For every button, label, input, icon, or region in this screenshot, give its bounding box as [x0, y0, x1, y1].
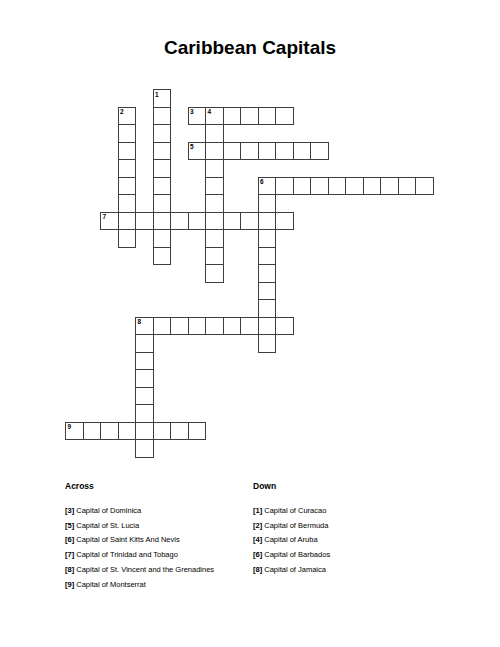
down-clues-section: Down [1] Capital of Curacao[2] Capital o…	[253, 481, 330, 578]
grid-cell[interactable]	[205, 264, 224, 283]
grid-cell[interactable]: 9	[65, 422, 84, 441]
clue-item: [7] Capital of Trinidad and Tobago	[65, 548, 214, 563]
clue-item-number: [7]	[65, 550, 74, 559]
grid-cell[interactable]: 6	[258, 177, 277, 196]
clue-item: [6] Capital of Barbados	[253, 548, 330, 563]
clue-item-number: [1]	[253, 506, 262, 515]
grid-cell[interactable]	[135, 422, 154, 441]
grid-cell[interactable]	[275, 142, 294, 161]
grid-cell[interactable]	[118, 142, 137, 161]
grid-cell[interactable]	[293, 142, 312, 161]
grid-cell[interactable]	[258, 282, 277, 301]
grid-cell[interactable]	[188, 317, 207, 336]
grid-cell[interactable]	[223, 142, 242, 161]
grid-cell[interactable]	[223, 317, 242, 336]
clue-item: [8] Capital of Jamaica	[253, 563, 330, 578]
grid-cell[interactable]	[275, 177, 294, 196]
clue-item-number: [8]	[253, 565, 262, 574]
grid-cell[interactable]	[258, 212, 277, 231]
clue-item: [3] Capital of Dominica	[65, 504, 214, 519]
grid-cell[interactable]	[275, 212, 294, 231]
grid-cell[interactable]	[118, 212, 137, 231]
clue-item-number: [3]	[65, 506, 74, 515]
grid-cell[interactable]	[135, 352, 154, 371]
grid-cell[interactable]: 8	[135, 317, 154, 336]
grid-cell[interactable]	[258, 247, 277, 266]
across-clues-section: Across [3] Capital of Dominica[5] Capita…	[65, 481, 214, 592]
clue-item-number: [8]	[65, 565, 74, 574]
grid-cell[interactable]	[188, 212, 207, 231]
clue-item-number: [2]	[253, 521, 262, 530]
grid-cell[interactable]	[188, 422, 207, 441]
grid-cell[interactable]	[135, 369, 154, 388]
grid-cell[interactable]	[398, 177, 417, 196]
grid-cell[interactable]	[118, 422, 137, 441]
grid-cell[interactable]	[258, 194, 277, 213]
grid-cell[interactable]	[293, 177, 312, 196]
grid-cell[interactable]	[153, 229, 172, 248]
grid-cell[interactable]	[415, 177, 434, 196]
grid-cell[interactable]	[205, 212, 224, 231]
clue-item: [2] Capital of Bermuda	[253, 519, 330, 534]
clue-item: [8] Capital of St. Vincent and the Grena…	[65, 563, 214, 578]
grid-cell[interactable]	[275, 317, 294, 336]
across-clue-list: [3] Capital of Dominica[5] Capital of St…	[65, 504, 214, 592]
grid-cell[interactable]: 7	[100, 212, 119, 231]
grid-cell[interactable]	[205, 229, 224, 248]
grid-cell[interactable]	[258, 107, 277, 126]
grid-cell[interactable]	[153, 159, 172, 178]
across-header: Across	[65, 481, 214, 491]
clue-number: 4	[208, 108, 212, 115]
clue-item: [5] Capital of St. Lucia	[65, 519, 214, 534]
grid-cell[interactable]	[153, 212, 172, 231]
crossword-page: Caribbean Capitals 123456789 Across [3] …	[0, 0, 500, 647]
grid-cell[interactable]: 1	[153, 89, 172, 108]
grid-cell[interactable]: 5	[188, 142, 207, 161]
grid-cell[interactable]	[240, 212, 259, 231]
grid-cell[interactable]	[135, 439, 154, 458]
grid-cell[interactable]	[153, 124, 172, 143]
clue-item-number: [4]	[253, 535, 262, 544]
grid-cell[interactable]	[240, 142, 259, 161]
clue-number: 2	[120, 108, 124, 115]
grid-cell[interactable]	[118, 194, 137, 213]
down-clue-list: [1] Capital of Curacao[2] Capital of Ber…	[253, 504, 330, 578]
clue-item: [9] Capital of Montserrat	[65, 578, 214, 593]
clue-number: 3	[190, 108, 194, 115]
grid-cell[interactable]	[258, 334, 277, 353]
clue-number: 8	[138, 318, 142, 325]
grid-cell[interactable]	[135, 387, 154, 406]
grid-cell[interactable]	[153, 107, 172, 126]
grid-cell[interactable]	[205, 124, 224, 143]
clue-item: [6] Capital of Saint Kitts And Nevis	[65, 533, 214, 548]
grid-cell[interactable]	[275, 107, 294, 126]
clue-number: 9	[68, 423, 72, 430]
grid-cell[interactable]	[153, 422, 172, 441]
grid-cell[interactable]	[135, 334, 154, 353]
grid-cell[interactable]	[135, 404, 154, 423]
grid-cell[interactable]	[310, 142, 329, 161]
grid-cell[interactable]	[118, 159, 137, 178]
grid-cell[interactable]	[258, 317, 277, 336]
grid-cell[interactable]: 2	[118, 107, 137, 126]
grid-cell[interactable]	[380, 177, 399, 196]
clue-number: 6	[260, 178, 264, 185]
grid-cell[interactable]	[310, 177, 329, 196]
grid-cell[interactable]	[205, 194, 224, 213]
clue-number: 7	[103, 213, 107, 220]
grid-cell[interactable]	[223, 212, 242, 231]
grid-cell[interactable]	[205, 317, 224, 336]
grid-cell[interactable]	[153, 142, 172, 161]
grid-cell[interactable]	[153, 317, 172, 336]
grid-cell[interactable]	[240, 317, 259, 336]
clue-item-number: [9]	[65, 580, 74, 589]
grid-cell[interactable]	[205, 177, 224, 196]
clue-item-number: [6]	[65, 535, 74, 544]
grid-cell[interactable]	[170, 212, 189, 231]
grid-cell[interactable]	[240, 107, 259, 126]
grid-cell[interactable]	[258, 264, 277, 283]
clue-item: [1] Capital of Curacao	[253, 504, 330, 519]
clue-item-number: [5]	[65, 521, 74, 530]
clue-item-number: [6]	[253, 550, 262, 559]
grid-cell[interactable]	[258, 229, 277, 248]
grid-cell[interactable]	[258, 299, 277, 318]
puzzle-title: Caribbean Capitals	[0, 37, 500, 59]
crossword-grid: 123456789	[65, 89, 434, 458]
grid-cell[interactable]	[205, 142, 224, 161]
grid-cell[interactable]	[118, 177, 137, 196]
grid-cell[interactable]	[170, 317, 189, 336]
grid-cell[interactable]	[328, 177, 347, 196]
grid-cell[interactable]	[153, 247, 172, 266]
grid-cell[interactable]	[153, 177, 172, 196]
clue-item: [4] Capital of Aruba	[253, 533, 330, 548]
grid-cell[interactable]	[170, 422, 189, 441]
grid-cell[interactable]	[118, 229, 137, 248]
grid-cell[interactable]	[258, 142, 277, 161]
clue-number: 1	[155, 91, 159, 98]
grid-cell[interactable]	[83, 422, 102, 441]
grid-cell[interactable]	[153, 194, 172, 213]
grid-cell[interactable]: 4	[205, 107, 224, 126]
grid-cell[interactable]	[223, 107, 242, 126]
grid-cell[interactable]	[205, 159, 224, 178]
grid-cell[interactable]	[100, 422, 119, 441]
grid-cell[interactable]: 3	[188, 107, 207, 126]
grid-cell[interactable]	[118, 124, 137, 143]
grid-cell[interactable]	[345, 177, 364, 196]
clue-number: 5	[190, 143, 194, 150]
grid-cell[interactable]	[135, 212, 154, 231]
down-header: Down	[253, 481, 330, 491]
grid-cell[interactable]	[205, 247, 224, 266]
grid-cell[interactable]	[363, 177, 382, 196]
